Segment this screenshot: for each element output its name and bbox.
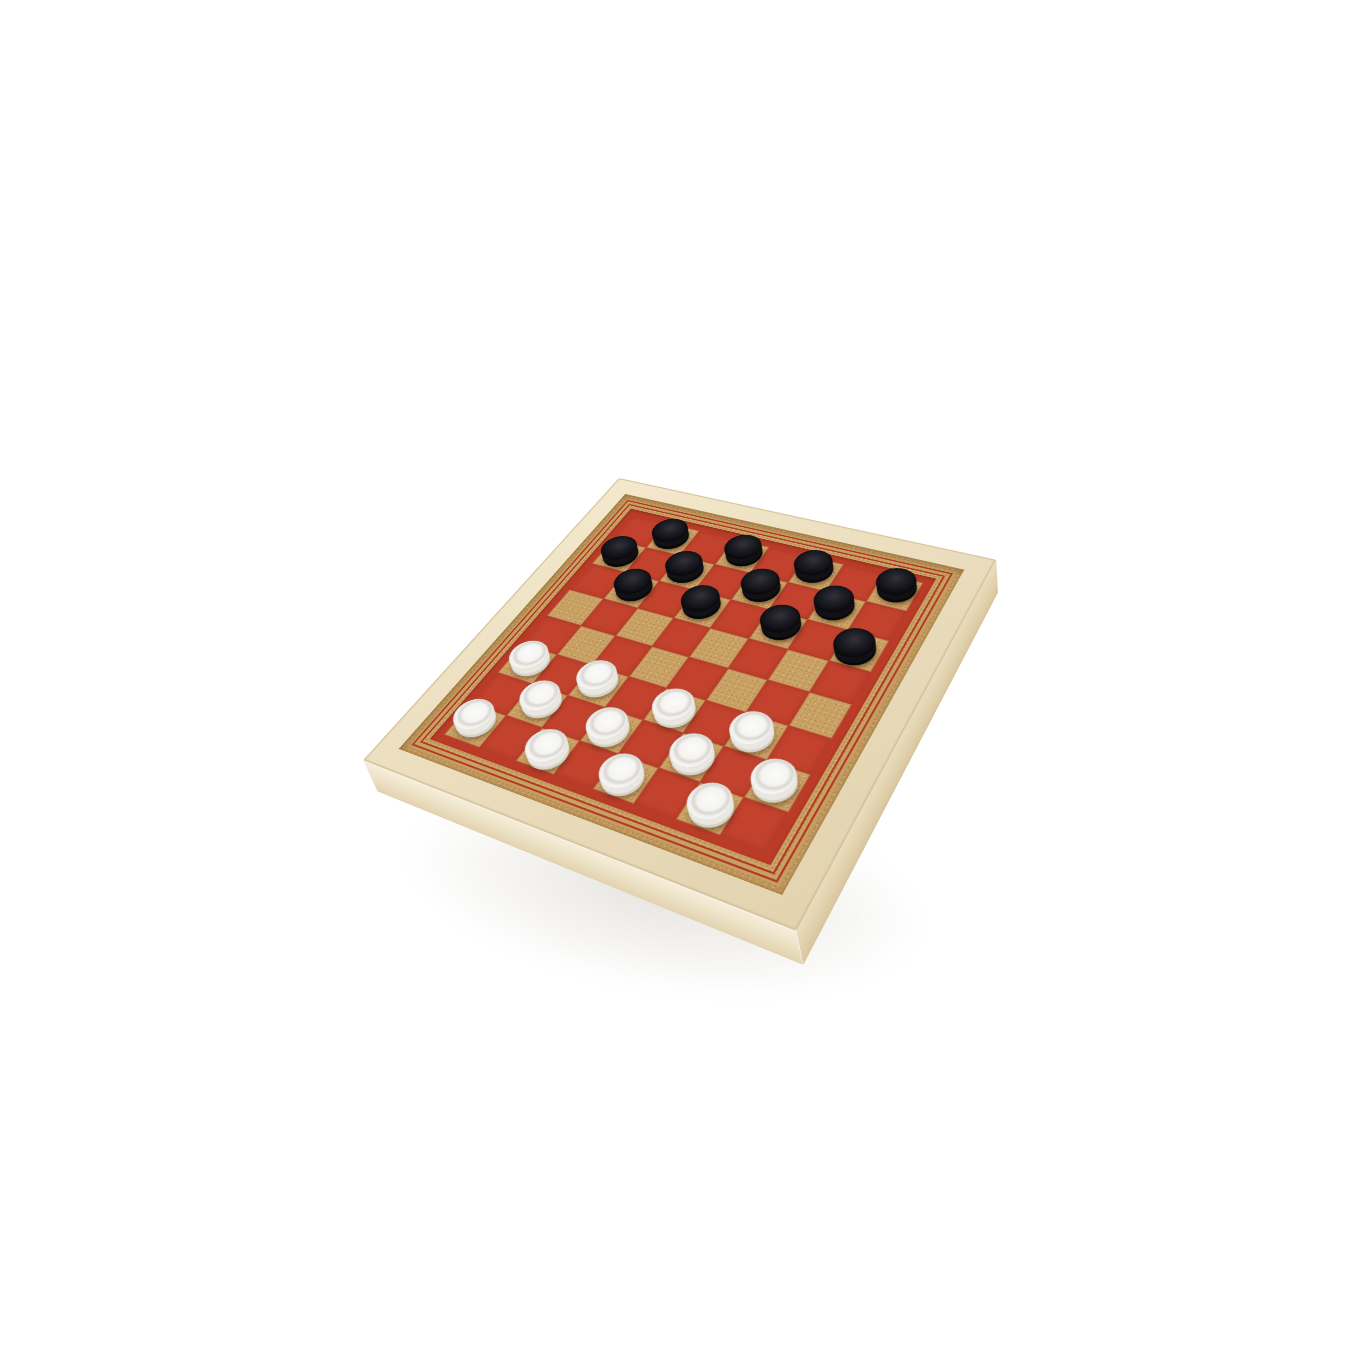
checker-white <box>681 786 742 834</box>
checker-top <box>591 748 651 793</box>
checker-white <box>580 712 637 754</box>
checker-top <box>743 754 804 801</box>
board-scene <box>0 0 1366 1366</box>
checker-white <box>724 715 782 758</box>
checker-white <box>647 693 703 734</box>
checker-top <box>679 777 741 825</box>
product-photo <box>0 0 1366 1366</box>
checker-top <box>578 703 635 744</box>
checker-top <box>645 684 702 725</box>
wood-frame-top <box>363 478 996 931</box>
checkers-board-box <box>363 478 996 931</box>
checker-white <box>745 763 805 810</box>
checker-white <box>664 738 723 782</box>
checker-top <box>517 724 575 767</box>
checker-white <box>520 733 578 776</box>
checker-black <box>828 633 882 671</box>
